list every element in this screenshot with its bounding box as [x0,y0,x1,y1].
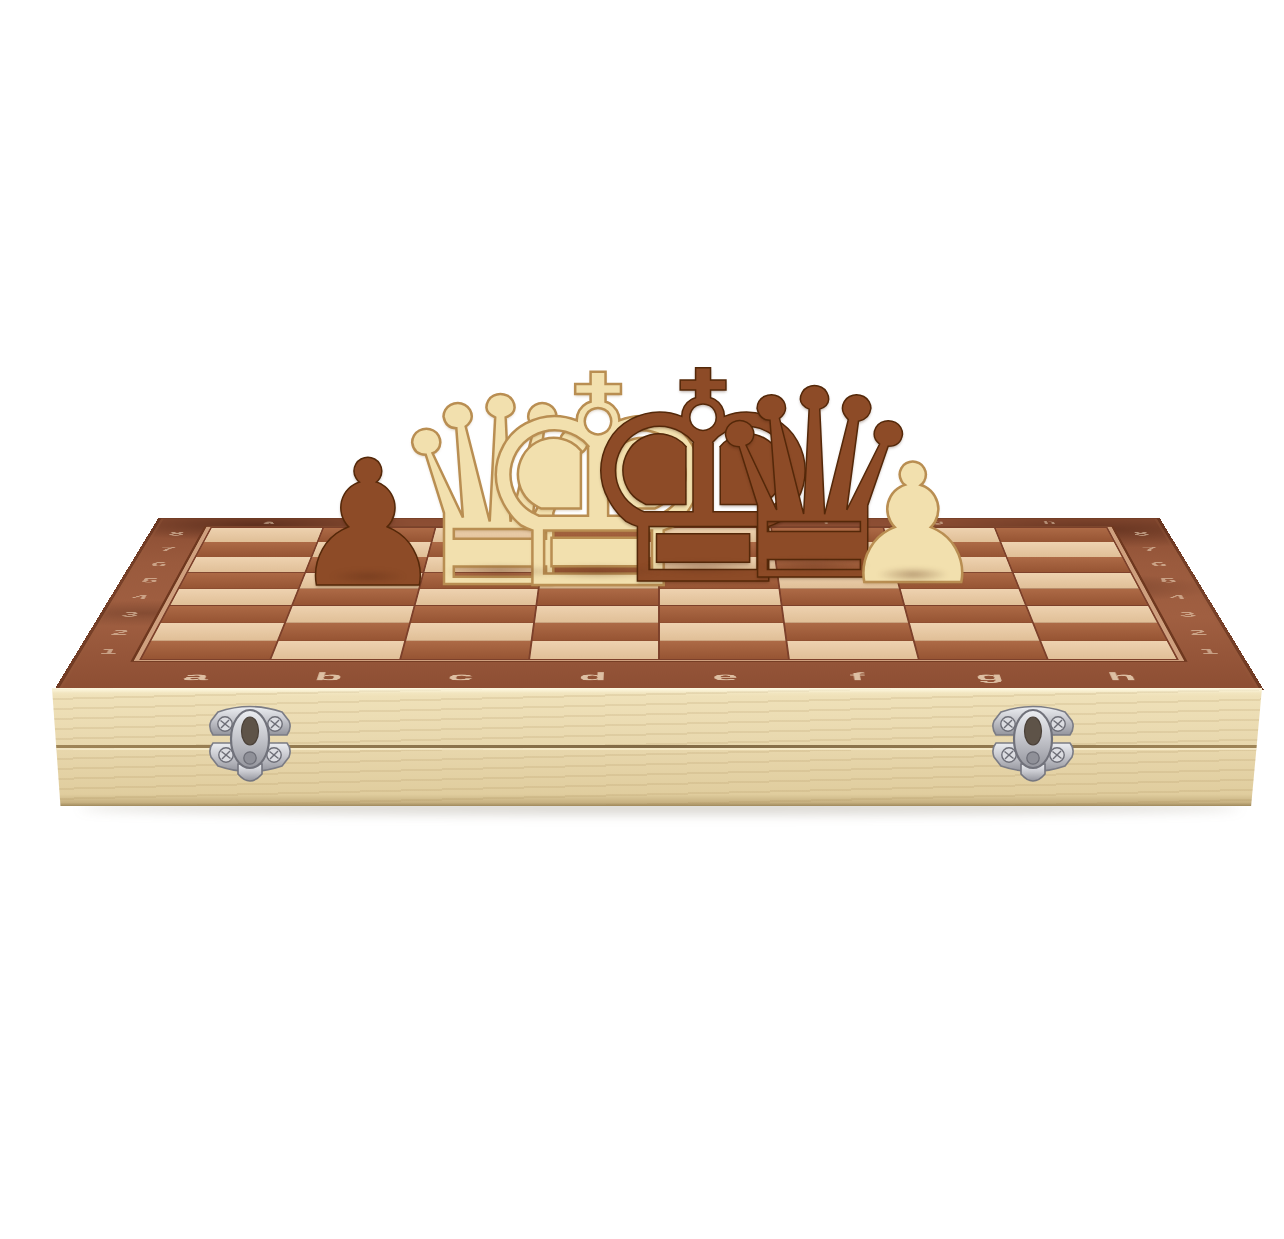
piece-shadow [639,560,767,575]
piece-shadow [877,567,950,582]
piece-shadow [330,569,407,584]
light-pawn-g5: ♟ [839,443,987,608]
pieces-layer: ♟♛♚♚♛♟ [0,0,1284,1239]
piece-shadow [756,558,871,573]
product-photo-chess-box: abcdefgh abcdefgh 12345678 12345678 ♟♛♚♚… [0,0,1284,1239]
